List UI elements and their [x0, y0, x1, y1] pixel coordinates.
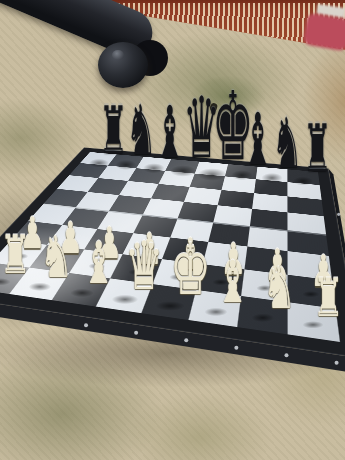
square-g1	[237, 296, 287, 334]
square-e1	[141, 284, 196, 320]
square-f1	[188, 290, 241, 327]
square-h1	[288, 302, 340, 342]
caster-wheel-axle-cap	[112, 50, 124, 60]
floor-speck	[209, 102, 219, 113]
scene: ♜♞♝♛♚♝♞♜♟♟♟♟♟♟♟♟♜♞♝♛♚♝♞♜	[0, 0, 345, 460]
caster-wheel	[98, 42, 148, 88]
rug-pink-patch	[303, 12, 345, 51]
frame-screw	[337, 213, 340, 216]
